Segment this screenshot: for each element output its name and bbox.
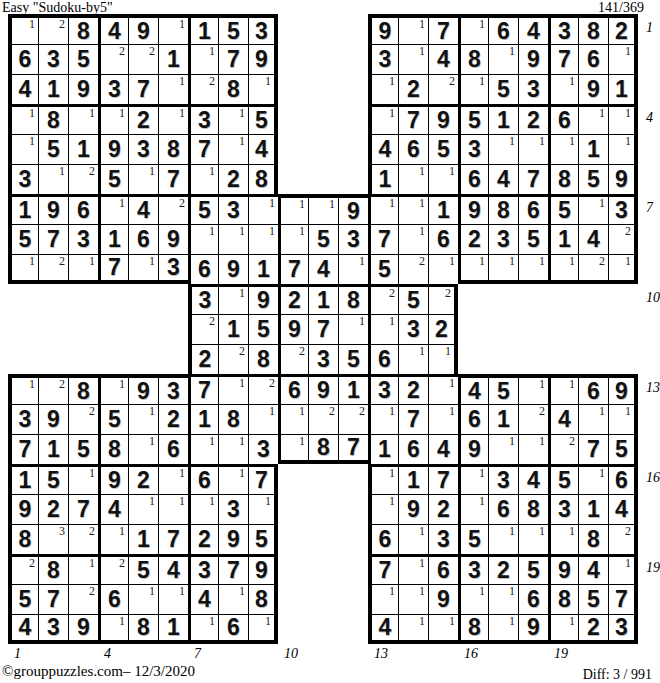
cell-r17c8[interactable]: 3 <box>218 494 248 524</box>
cell-r18c5[interactable]: 1 <box>128 524 158 554</box>
cell-r3c7[interactable]: 2 <box>188 74 218 104</box>
cell-r14c16[interactable]: 6 <box>458 404 488 434</box>
cell-r2c4[interactable]: 2 <box>98 44 128 74</box>
cell-r21c4[interactable]: 1 <box>98 614 128 644</box>
cell-r5c21[interactable]: 1 <box>608 134 638 164</box>
cell-r6c21[interactable]: 9 <box>608 164 638 194</box>
cell-r8c15[interactable]: 6 <box>428 224 458 254</box>
cell-r1c5[interactable]: 9 <box>128 14 158 44</box>
cell-r15c21[interactable]: 5 <box>608 434 638 464</box>
cell-r2c5[interactable]: 2 <box>128 44 158 74</box>
cell-r9c2[interactable]: 2 <box>38 254 68 284</box>
cell-r13c4[interactable]: 1 <box>98 374 128 404</box>
cell-r15c16[interactable]: 9 <box>458 434 488 464</box>
cell-r6c20[interactable]: 5 <box>578 164 608 194</box>
cell-r1c1[interactable]: 1 <box>8 14 38 44</box>
cell-r17c2[interactable]: 2 <box>38 494 68 524</box>
cell-r15c12[interactable]: 7 <box>338 434 368 464</box>
cell-r20c13[interactable]: 1 <box>368 584 398 614</box>
cell-r20c16[interactable]: 1 <box>458 584 488 614</box>
cell-r7c17[interactable]: 8 <box>488 194 518 224</box>
cell-r1c7[interactable]: 1 <box>188 14 218 44</box>
cell-r19c18[interactable]: 5 <box>518 554 548 584</box>
cell-r8c7[interactable]: 1 <box>188 224 218 254</box>
cell-r4c20[interactable]: 1 <box>578 104 608 134</box>
cell-r3c1[interactable]: 4 <box>8 74 38 104</box>
cell-r6c2[interactable]: 1 <box>38 164 68 194</box>
cell-r19c14[interactable]: 1 <box>398 554 428 584</box>
cell-r7c1[interactable]: 1 <box>8 194 38 224</box>
cell-r9c14[interactable]: 2 <box>398 254 428 284</box>
cell-r7c19[interactable]: 5 <box>548 194 578 224</box>
cell-r17c15[interactable]: 2 <box>428 494 458 524</box>
cell-r21c16[interactable]: 8 <box>458 614 488 644</box>
cell-r20c1[interactable]: 5 <box>8 584 38 614</box>
cell-r6c14[interactable]: 1 <box>398 164 428 194</box>
cell-r18c8[interactable]: 9 <box>218 524 248 554</box>
cell-r15c1[interactable]: 7 <box>8 434 38 464</box>
cell-r9c20[interactable]: 2 <box>578 254 608 284</box>
cell-r15c7[interactable]: 1 <box>188 434 218 464</box>
cell-r4c15[interactable]: 9 <box>428 104 458 134</box>
cell-r12c15[interactable]: 1 <box>428 344 458 374</box>
cell-r20c9[interactable]: 8 <box>248 584 278 614</box>
cell-r7c21[interactable]: 3 <box>608 194 638 224</box>
cell-r10c7[interactable]: 3 <box>188 284 218 314</box>
cell-r5c16[interactable]: 3 <box>458 134 488 164</box>
cell-r8c20[interactable]: 4 <box>578 224 608 254</box>
cell-r16c13[interactable]: 1 <box>368 464 398 494</box>
cell-r13c19[interactable]: 1 <box>548 374 578 404</box>
cell-r1c16[interactable]: 1 <box>458 14 488 44</box>
cell-r17c9[interactable]: 1 <box>248 494 278 524</box>
cell-r21c15[interactable]: 1 <box>428 614 458 644</box>
cell-r17c20[interactable]: 1 <box>578 494 608 524</box>
cell-r19c2[interactable]: 8 <box>38 554 68 584</box>
cell-r14c4[interactable]: 5 <box>98 404 128 434</box>
cell-r6c4[interactable]: 5 <box>98 164 128 194</box>
cell-r18c20[interactable]: 8 <box>578 524 608 554</box>
cell-r13c21[interactable]: 9 <box>608 374 638 404</box>
cell-r7c5[interactable]: 4 <box>128 194 158 224</box>
cell-r16c15[interactable]: 7 <box>428 464 458 494</box>
cell-r17c3[interactable]: 7 <box>68 494 98 524</box>
cell-r9c21[interactable]: 1 <box>608 254 638 284</box>
cell-r17c21[interactable]: 4 <box>608 494 638 524</box>
cell-r18c1[interactable]: 8 <box>8 524 38 554</box>
cell-r7c13[interactable]: 1 <box>368 194 398 224</box>
cell-r17c5[interactable]: 1 <box>128 494 158 524</box>
cell-r17c4[interactable]: 4 <box>98 494 128 524</box>
cell-r14c9[interactable]: 1 <box>248 404 278 434</box>
cell-r2c16[interactable]: 8 <box>458 44 488 74</box>
cell-r16c3[interactable]: 1 <box>68 464 98 494</box>
cell-r17c18[interactable]: 8 <box>518 494 548 524</box>
cell-r21c7[interactable]: 1 <box>188 614 218 644</box>
cell-r20c14[interactable]: 1 <box>398 584 428 614</box>
cell-r7c6[interactable]: 2 <box>158 194 188 224</box>
cell-r19c1[interactable]: 2 <box>8 554 38 584</box>
cell-r5c9[interactable]: 4 <box>248 134 278 164</box>
cell-r21c9[interactable]: 1 <box>248 614 278 644</box>
cell-r3c6[interactable]: 1 <box>158 74 188 104</box>
cell-r9c11[interactable]: 4 <box>308 254 338 284</box>
cell-r20c6[interactable]: 1 <box>158 584 188 614</box>
cell-r14c5[interactable]: 1 <box>128 404 158 434</box>
cell-r11c7[interactable]: 2 <box>188 314 218 344</box>
cell-r20c7[interactable]: 4 <box>188 584 218 614</box>
cell-r5c15[interactable]: 5 <box>428 134 458 164</box>
cell-r14c14[interactable]: 7 <box>398 404 428 434</box>
cell-r1c17[interactable]: 6 <box>488 14 518 44</box>
cell-r18c18[interactable]: 1 <box>518 524 548 554</box>
cell-r18c7[interactable]: 2 <box>188 524 218 554</box>
cell-r2c21[interactable]: 1 <box>608 44 638 74</box>
cell-r8c8[interactable]: 1 <box>218 224 248 254</box>
cell-r11c11[interactable]: 7 <box>308 314 338 344</box>
cell-r13c8[interactable]: 1 <box>218 374 248 404</box>
cell-r14c1[interactable]: 3 <box>8 404 38 434</box>
cell-r15c5[interactable]: 1 <box>128 434 158 464</box>
cell-r16c18[interactable]: 4 <box>518 464 548 494</box>
cell-r9c15[interactable]: 1 <box>428 254 458 284</box>
cell-r2c6[interactable]: 1 <box>158 44 188 74</box>
cell-r5c6[interactable]: 8 <box>158 134 188 164</box>
cell-r12c12[interactable]: 5 <box>338 344 368 374</box>
cell-r13c2[interactable]: 2 <box>38 374 68 404</box>
cell-r21c2[interactable]: 3 <box>38 614 68 644</box>
cell-r21c14[interactable]: 1 <box>398 614 428 644</box>
cell-r14c6[interactable]: 2 <box>158 404 188 434</box>
cell-r6c8[interactable]: 2 <box>218 164 248 194</box>
cell-r3c18[interactable]: 3 <box>518 74 548 104</box>
cell-r21c3[interactable]: 9 <box>68 614 98 644</box>
cell-r4c4[interactable]: 1 <box>98 104 128 134</box>
cell-r19c13[interactable]: 7 <box>368 554 398 584</box>
cell-r3c21[interactable]: 1 <box>608 74 638 104</box>
cell-r15c11[interactable]: 8 <box>308 434 338 464</box>
cell-r9c7[interactable]: 6 <box>188 254 218 284</box>
cell-r14c2[interactable]: 9 <box>38 404 68 434</box>
cell-r14c10[interactable]: 1 <box>278 404 308 434</box>
cell-r12c8[interactable]: 2 <box>218 344 248 374</box>
cell-r14c13[interactable]: 1 <box>368 404 398 434</box>
cell-r8c17[interactable]: 3 <box>488 224 518 254</box>
cell-r2c18[interactable]: 9 <box>518 44 548 74</box>
cell-r8c14[interactable]: 1 <box>398 224 428 254</box>
cell-r12c10[interactable]: 2 <box>278 344 308 374</box>
cell-r16c2[interactable]: 5 <box>38 464 68 494</box>
cell-r13c12[interactable]: 1 <box>338 374 368 404</box>
cell-r7c15[interactable]: 1 <box>428 194 458 224</box>
cell-r20c4[interactable]: 6 <box>98 584 128 614</box>
cell-r1c21[interactable]: 2 <box>608 14 638 44</box>
cell-r4c1[interactable]: 1 <box>8 104 38 134</box>
cell-r9c8[interactable]: 9 <box>218 254 248 284</box>
cell-r8c16[interactable]: 2 <box>458 224 488 254</box>
cell-r10c10[interactable]: 2 <box>278 284 308 314</box>
cell-r16c14[interactable]: 1 <box>398 464 428 494</box>
cell-r21c19[interactable]: 1 <box>548 614 578 644</box>
cell-r13c15[interactable]: 1 <box>428 374 458 404</box>
cell-r21c18[interactable]: 9 <box>518 614 548 644</box>
cell-r10c14[interactable]: 5 <box>398 284 428 314</box>
cell-r8c18[interactable]: 5 <box>518 224 548 254</box>
cell-r14c7[interactable]: 1 <box>188 404 218 434</box>
cell-r10c9[interactable]: 9 <box>248 284 278 314</box>
cell-r13c17[interactable]: 5 <box>488 374 518 404</box>
cell-r19c20[interactable]: 4 <box>578 554 608 584</box>
cell-r14c19[interactable]: 4 <box>548 404 578 434</box>
cell-r20c20[interactable]: 5 <box>578 584 608 614</box>
cell-r4c17[interactable]: 1 <box>488 104 518 134</box>
cell-r19c6[interactable]: 4 <box>158 554 188 584</box>
cell-r18c4[interactable]: 1 <box>98 524 128 554</box>
cell-r18c13[interactable]: 6 <box>368 524 398 554</box>
cell-r13c20[interactable]: 6 <box>578 374 608 404</box>
cell-r15c9[interactable]: 3 <box>248 434 278 464</box>
cell-r2c19[interactable]: 7 <box>548 44 578 74</box>
cell-r12c9[interactable]: 8 <box>248 344 278 374</box>
cell-r19c21[interactable]: 1 <box>608 554 638 584</box>
cell-r13c7[interactable]: 7 <box>188 374 218 404</box>
cell-r11c12[interactable]: 1 <box>338 314 368 344</box>
cell-r16c6[interactable]: 1 <box>158 464 188 494</box>
cell-r2c9[interactable]: 9 <box>248 44 278 74</box>
cell-r21c17[interactable]: 1 <box>488 614 518 644</box>
cell-r11c8[interactable]: 1 <box>218 314 248 344</box>
cell-r11c14[interactable]: 3 <box>398 314 428 344</box>
cell-r3c14[interactable]: 2 <box>398 74 428 104</box>
cell-r2c17[interactable]: 1 <box>488 44 518 74</box>
cell-r13c14[interactable]: 2 <box>398 374 428 404</box>
cell-r16c19[interactable]: 5 <box>548 464 578 494</box>
cell-r4c8[interactable]: 1 <box>218 104 248 134</box>
cell-r8c9[interactable]: 1 <box>248 224 278 254</box>
cell-r15c2[interactable]: 1 <box>38 434 68 464</box>
cell-r17c1[interactable]: 9 <box>8 494 38 524</box>
cell-r18c16[interactable]: 5 <box>458 524 488 554</box>
cell-r1c8[interactable]: 5 <box>218 14 248 44</box>
cell-r4c2[interactable]: 8 <box>38 104 68 134</box>
cell-r21c8[interactable]: 6 <box>218 614 248 644</box>
cell-r14c18[interactable]: 2 <box>518 404 548 434</box>
cell-r2c1[interactable]: 6 <box>8 44 38 74</box>
cell-r6c3[interactable]: 2 <box>68 164 98 194</box>
cell-r3c3[interactable]: 9 <box>68 74 98 104</box>
cell-r13c11[interactable]: 9 <box>308 374 338 404</box>
cell-r18c2[interactable]: 3 <box>38 524 68 554</box>
cell-r5c13[interactable]: 4 <box>368 134 398 164</box>
cell-r20c15[interactable]: 9 <box>428 584 458 614</box>
cell-r1c6[interactable]: 1 <box>158 14 188 44</box>
cell-r20c5[interactable]: 1 <box>128 584 158 614</box>
cell-r2c7[interactable]: 1 <box>188 44 218 74</box>
cell-r14c15[interactable]: 1 <box>428 404 458 434</box>
cell-r17c19[interactable]: 3 <box>548 494 578 524</box>
cell-r15c10[interactable]: 1 <box>278 434 308 464</box>
cell-r18c15[interactable]: 3 <box>428 524 458 554</box>
cell-r5c14[interactable]: 6 <box>398 134 428 164</box>
cell-r3c8[interactable]: 8 <box>218 74 248 104</box>
cell-r4c16[interactable]: 5 <box>458 104 488 134</box>
cell-r17c14[interactable]: 9 <box>398 494 428 524</box>
cell-r5c7[interactable]: 7 <box>188 134 218 164</box>
cell-r9c3[interactable]: 1 <box>68 254 98 284</box>
cell-r4c13[interactable]: 1 <box>368 104 398 134</box>
cell-r4c19[interactable]: 6 <box>548 104 578 134</box>
cell-r6c18[interactable]: 7 <box>518 164 548 194</box>
cell-r16c1[interactable]: 1 <box>8 464 38 494</box>
cell-r14c8[interactable]: 8 <box>218 404 248 434</box>
cell-r19c3[interactable]: 1 <box>68 554 98 584</box>
cell-r9c6[interactable]: 3 <box>158 254 188 284</box>
cell-r7c20[interactable]: 1 <box>578 194 608 224</box>
cell-r21c21[interactable]: 3 <box>608 614 638 644</box>
cell-r11c13[interactable]: 1 <box>368 314 398 344</box>
cell-r2c2[interactable]: 3 <box>38 44 68 74</box>
cell-r19c4[interactable]: 2 <box>98 554 128 584</box>
cell-r21c5[interactable]: 8 <box>128 614 158 644</box>
cell-r8c4[interactable]: 1 <box>98 224 128 254</box>
cell-r16c9[interactable]: 7 <box>248 464 278 494</box>
cell-r9c5[interactable]: 1 <box>128 254 158 284</box>
cell-r6c7[interactable]: 1 <box>188 164 218 194</box>
cell-r13c18[interactable]: 1 <box>518 374 548 404</box>
cell-r16c17[interactable]: 3 <box>488 464 518 494</box>
cell-r19c8[interactable]: 7 <box>218 554 248 584</box>
cell-r6c19[interactable]: 8 <box>548 164 578 194</box>
cell-r3c17[interactable]: 5 <box>488 74 518 104</box>
cell-r12c14[interactable]: 1 <box>398 344 428 374</box>
cell-r15c6[interactable]: 6 <box>158 434 188 464</box>
cell-r14c3[interactable]: 2 <box>68 404 98 434</box>
cell-r3c4[interactable]: 3 <box>98 74 128 104</box>
cell-r3c16[interactable]: 1 <box>458 74 488 104</box>
cell-r19c15[interactable]: 6 <box>428 554 458 584</box>
cell-r3c19[interactable]: 1 <box>548 74 578 104</box>
cell-r6c16[interactable]: 6 <box>458 164 488 194</box>
cell-r18c14[interactable]: 1 <box>398 524 428 554</box>
cell-r9c16[interactable]: 1 <box>458 254 488 284</box>
cell-r2c20[interactable]: 6 <box>578 44 608 74</box>
cell-r7c4[interactable]: 1 <box>98 194 128 224</box>
cell-r1c3[interactable]: 8 <box>68 14 98 44</box>
cell-r18c17[interactable]: 1 <box>488 524 518 554</box>
cell-r1c15[interactable]: 7 <box>428 14 458 44</box>
cell-r4c14[interactable]: 7 <box>398 104 428 134</box>
cell-r1c13[interactable]: 9 <box>368 14 398 44</box>
cell-r8c6[interactable]: 9 <box>158 224 188 254</box>
cell-r5c4[interactable]: 9 <box>98 134 128 164</box>
cell-r21c1[interactable]: 4 <box>8 614 38 644</box>
cell-r18c19[interactable]: 1 <box>548 524 578 554</box>
cell-r14c21[interactable]: 1 <box>608 404 638 434</box>
cell-r6c17[interactable]: 4 <box>488 164 518 194</box>
cell-r7c10[interactable]: 1 <box>278 194 308 224</box>
cell-r6c15[interactable]: 1 <box>428 164 458 194</box>
cell-r6c9[interactable]: 8 <box>248 164 278 194</box>
cell-r4c5[interactable]: 2 <box>128 104 158 134</box>
cell-r7c3[interactable]: 6 <box>68 194 98 224</box>
cell-r2c14[interactable]: 1 <box>398 44 428 74</box>
cell-r10c15[interactable]: 2 <box>428 284 458 314</box>
cell-r15c13[interactable]: 1 <box>368 434 398 464</box>
cell-r2c13[interactable]: 3 <box>368 44 398 74</box>
cell-r5c5[interactable]: 3 <box>128 134 158 164</box>
cell-r1c20[interactable]: 8 <box>578 14 608 44</box>
cell-r17c13[interactable]: 1 <box>368 494 398 524</box>
cell-r16c20[interactable]: 1 <box>578 464 608 494</box>
cell-r8c13[interactable]: 7 <box>368 224 398 254</box>
cell-r15c17[interactable]: 1 <box>488 434 518 464</box>
cell-r17c17[interactable]: 6 <box>488 494 518 524</box>
cell-r15c3[interactable]: 5 <box>68 434 98 464</box>
cell-r15c14[interactable]: 6 <box>398 434 428 464</box>
cell-r8c19[interactable]: 1 <box>548 224 578 254</box>
cell-r13c5[interactable]: 9 <box>128 374 158 404</box>
cell-r1c4[interactable]: 4 <box>98 14 128 44</box>
cell-r2c8[interactable]: 7 <box>218 44 248 74</box>
cell-r14c12[interactable]: 2 <box>338 404 368 434</box>
cell-r8c12[interactable]: 3 <box>338 224 368 254</box>
cell-r9c4[interactable]: 7 <box>98 254 128 284</box>
cell-r10c13[interactable]: 2 <box>368 284 398 314</box>
cell-r17c6[interactable]: 1 <box>158 494 188 524</box>
cell-r9c9[interactable]: 1 <box>248 254 278 284</box>
cell-r15c19[interactable]: 2 <box>548 434 578 464</box>
cell-r7c7[interactable]: 5 <box>188 194 218 224</box>
cell-r20c21[interactable]: 7 <box>608 584 638 614</box>
cell-r18c3[interactable]: 2 <box>68 524 98 554</box>
cell-r20c3[interactable]: 2 <box>68 584 98 614</box>
cell-r16c4[interactable]: 9 <box>98 464 128 494</box>
cell-r4c7[interactable]: 3 <box>188 104 218 134</box>
cell-r11c15[interactable]: 2 <box>428 314 458 344</box>
cell-r9c12[interactable]: 1 <box>338 254 368 284</box>
cell-r3c5[interactable]: 7 <box>128 74 158 104</box>
cell-r12c11[interactable]: 3 <box>308 344 338 374</box>
cell-r13c6[interactable]: 3 <box>158 374 188 404</box>
cell-r8c2[interactable]: 7 <box>38 224 68 254</box>
cell-r7c2[interactable]: 9 <box>38 194 68 224</box>
cell-r1c18[interactable]: 4 <box>518 14 548 44</box>
cell-r15c8[interactable]: 1 <box>218 434 248 464</box>
cell-r3c2[interactable]: 1 <box>38 74 68 104</box>
cell-r5c1[interactable]: 1 <box>8 134 38 164</box>
cell-r18c9[interactable]: 5 <box>248 524 278 554</box>
cell-r20c2[interactable]: 7 <box>38 584 68 614</box>
cell-r6c5[interactable]: 1 <box>128 164 158 194</box>
cell-r14c17[interactable]: 1 <box>488 404 518 434</box>
cell-r19c19[interactable]: 9 <box>548 554 578 584</box>
cell-r9c1[interactable]: 1 <box>8 254 38 284</box>
cell-r18c21[interactable]: 2 <box>608 524 638 554</box>
cell-r12c7[interactable]: 2 <box>188 344 218 374</box>
cell-r1c14[interactable]: 1 <box>398 14 428 44</box>
cell-r1c2[interactable]: 2 <box>38 14 68 44</box>
cell-r8c10[interactable]: 1 <box>278 224 308 254</box>
cell-r2c3[interactable]: 5 <box>68 44 98 74</box>
cell-r19c17[interactable]: 2 <box>488 554 518 584</box>
cell-r4c18[interactable]: 2 <box>518 104 548 134</box>
cell-r3c15[interactable]: 2 <box>428 74 458 104</box>
cell-r21c6[interactable]: 1 <box>158 614 188 644</box>
cell-r10c11[interactable]: 1 <box>308 284 338 314</box>
cell-r8c21[interactable]: 2 <box>608 224 638 254</box>
cell-r13c13[interactable]: 3 <box>368 374 398 404</box>
cell-r7c18[interactable]: 6 <box>518 194 548 224</box>
